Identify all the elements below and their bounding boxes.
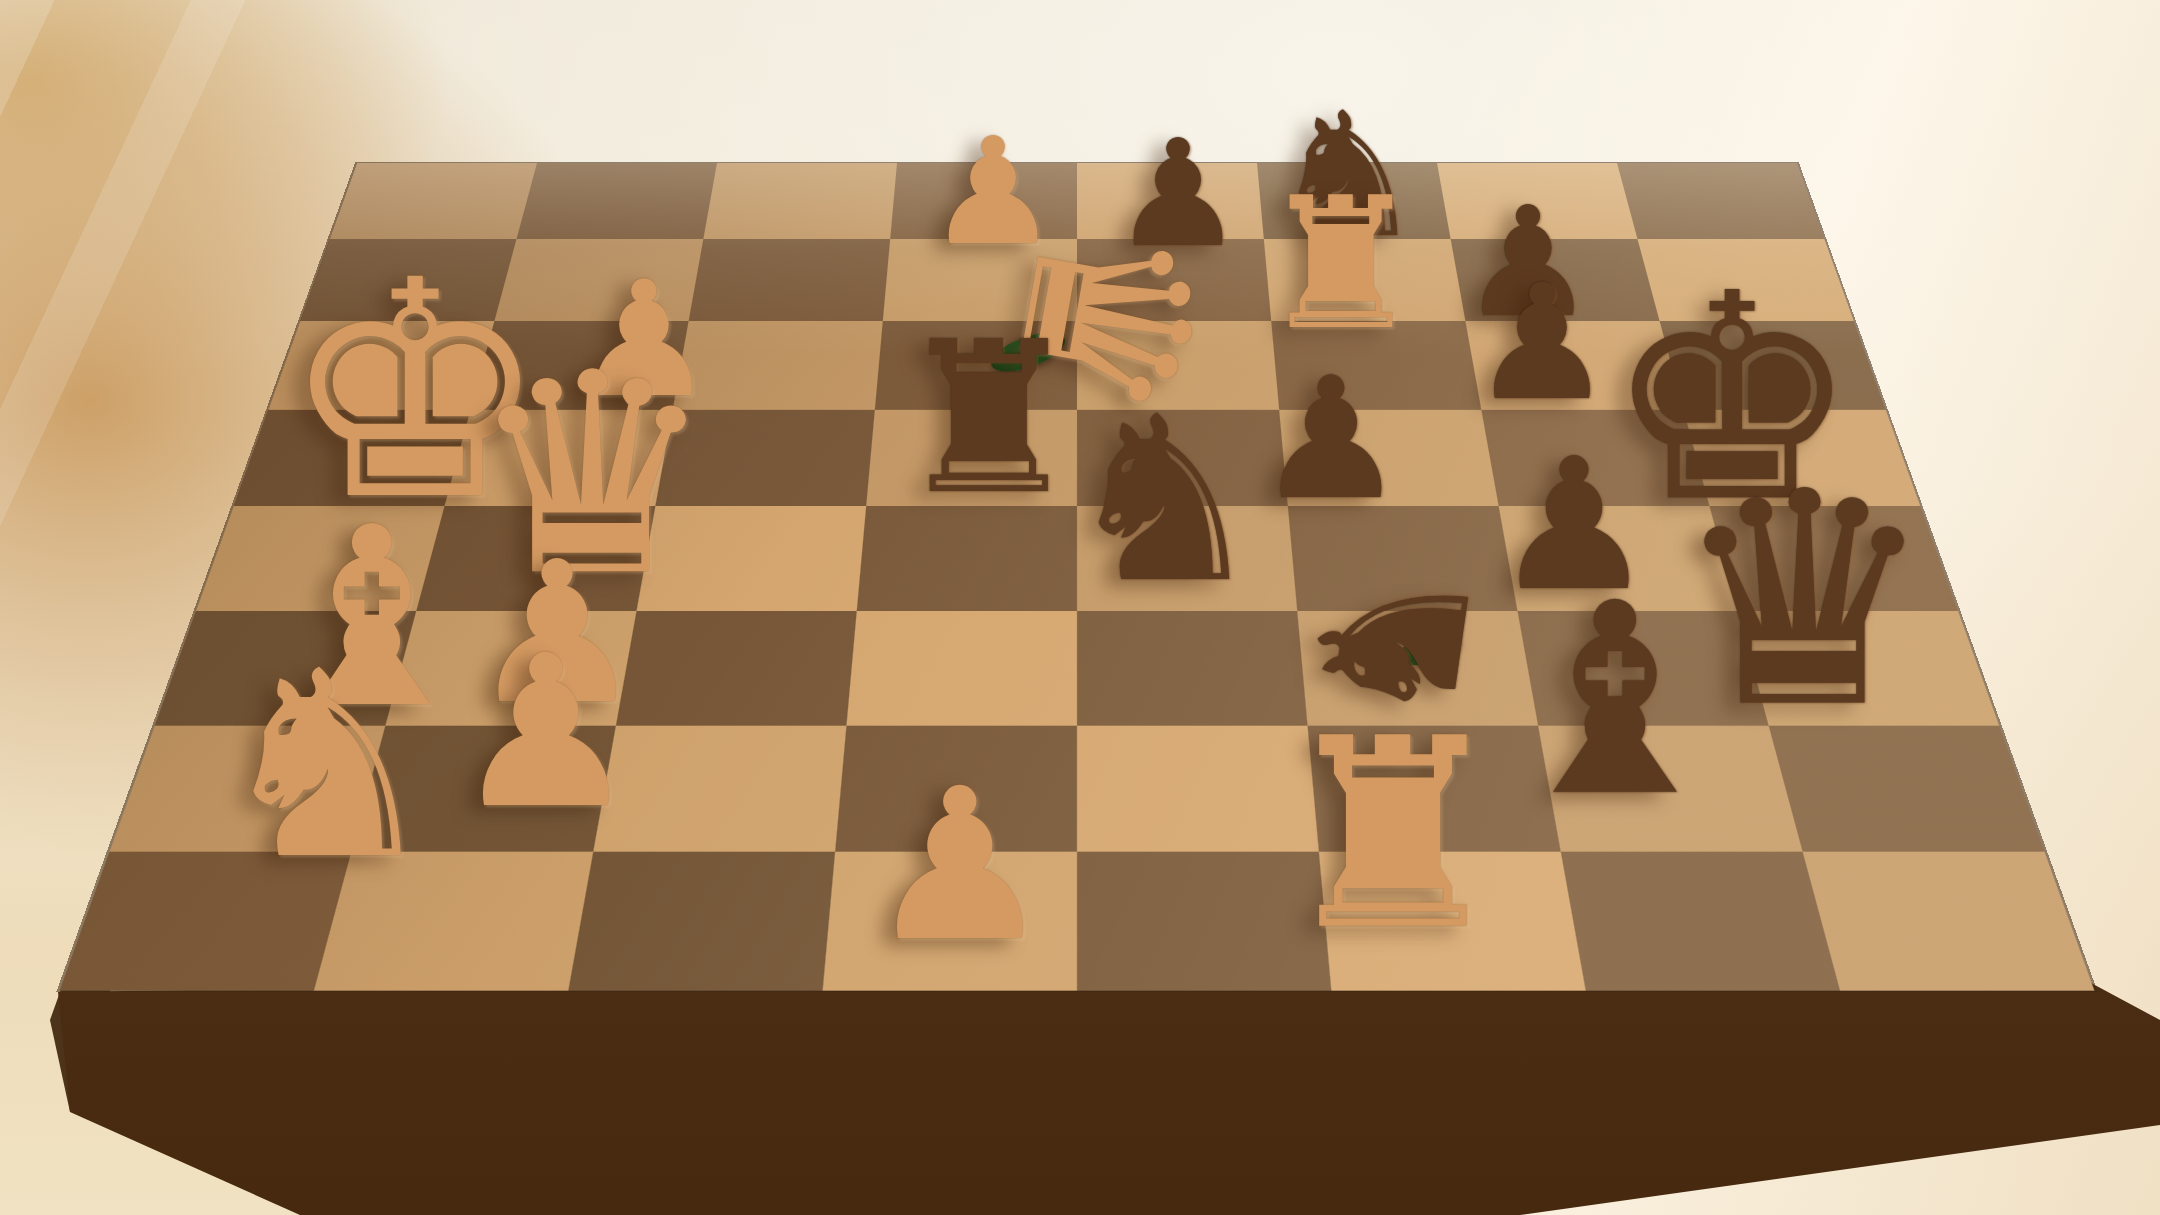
white-rook-f6[interactable]: ♜: [1259, 173, 1422, 355]
white-pawn-b2[interactable]: ♟: [452, 628, 640, 838]
square-g3[interactable]: [689, 239, 891, 321]
square-a7[interactable]: [1561, 852, 1840, 991]
white-rook-a6[interactable]: ♜: [1276, 704, 1511, 966]
black-knight-d5[interactable]: ♞: [1062, 386, 1266, 614]
square-a3[interactable]: [568, 852, 835, 991]
black-bishop-b7[interactable]: ♝: [1497, 569, 1734, 833]
square-h8[interactable]: [1617, 163, 1824, 239]
square-c4[interactable]: [846, 611, 1077, 726]
white-pawn-a4[interactable]: ♟: [866, 761, 1054, 971]
black-rook-e4[interactable]: ♜: [895, 314, 1083, 524]
black-pawn-e6[interactable]: ♟: [1256, 355, 1407, 523]
white-knight-a1[interactable]: ♞: [211, 637, 442, 895]
square-h3[interactable]: [703, 163, 897, 239]
black-pawn-e7[interactable]: ♟: [1470, 263, 1613, 423]
square-a8[interactable]: [1803, 852, 2095, 991]
